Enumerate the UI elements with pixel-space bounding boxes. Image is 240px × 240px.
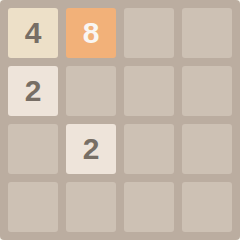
tile-2-r2c1: 2 — [66, 124, 116, 174]
empty-cell-r1c2 — [124, 66, 174, 116]
tile-4-r0c0: 4 — [8, 8, 58, 58]
empty-cell-r3c3 — [182, 182, 232, 232]
empty-cell-r3c1 — [66, 182, 116, 232]
empty-cell-r3c0 — [8, 182, 58, 232]
empty-cell-r0c3 — [182, 8, 232, 58]
empty-cell-r3c2 — [124, 182, 174, 232]
2048-board[interactable]: 4822 — [0, 0, 240, 240]
empty-cell-r2c3 — [182, 124, 232, 174]
empty-cell-r0c2 — [124, 8, 174, 58]
empty-cell-r1c3 — [182, 66, 232, 116]
empty-cell-r2c0 — [8, 124, 58, 174]
empty-cell-r2c2 — [124, 124, 174, 174]
tile-2-r1c0: 2 — [8, 66, 58, 116]
tile-8-r0c1: 8 — [66, 8, 116, 58]
empty-cell-r1c1 — [66, 66, 116, 116]
